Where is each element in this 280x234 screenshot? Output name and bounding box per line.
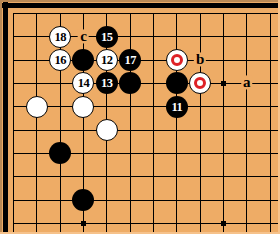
outer-edge-top — [0, 0, 280, 2]
grid-line-vertical — [130, 13, 131, 234]
board-edge-top — [2, 3, 280, 8]
grid-line-vertical — [223, 13, 224, 234]
stone-number: 15 — [101, 31, 113, 44]
star-point — [221, 221, 226, 226]
grid-line-horizontal — [13, 200, 280, 201]
stone-black — [72, 189, 94, 211]
stone-number: 18 — [54, 31, 66, 44]
grid-line-vertical — [13, 13, 14, 234]
point-label-c: c — [78, 29, 89, 43]
go-board-diagram: 1815161217141311cba — [0, 0, 280, 234]
stone-white — [96, 119, 118, 141]
grid-line-vertical — [36, 13, 37, 234]
stone-black — [166, 72, 188, 94]
grid-line-vertical — [200, 13, 201, 234]
grid-line-horizontal — [13, 130, 280, 131]
point-label-b: b — [194, 53, 206, 67]
stone-white: 12 — [96, 49, 118, 71]
point-label-a: a — [241, 76, 253, 90]
circle-mark-icon — [194, 77, 206, 89]
star-point — [221, 81, 226, 86]
grid-line-vertical — [270, 13, 271, 234]
outer-edge-left — [0, 0, 2, 234]
stone-black — [72, 49, 94, 71]
cut-edge-bottom — [0, 232, 280, 234]
circle-mark-icon — [171, 54, 183, 66]
stone-number: 13 — [101, 77, 113, 90]
stone-number: 14 — [78, 77, 90, 90]
stone-black: 17 — [119, 49, 141, 71]
stone-black: 13 — [96, 72, 118, 94]
stone-number: 12 — [101, 54, 113, 67]
stone-white — [189, 72, 211, 94]
stone-black: 11 — [166, 96, 188, 118]
stone-number: 11 — [171, 101, 182, 114]
stone-white — [26, 96, 48, 118]
stone-white: 16 — [49, 49, 71, 71]
grid-line-horizontal — [13, 176, 280, 177]
board-edge-left — [3, 2, 8, 234]
stone-white — [166, 49, 188, 71]
grid-line-vertical — [246, 13, 247, 234]
stone-number: 17 — [124, 54, 136, 67]
grid-line-vertical — [153, 13, 154, 234]
grid-line-horizontal — [13, 106, 280, 107]
stone-black — [119, 72, 141, 94]
stone-black — [49, 142, 71, 164]
grid-line-horizontal — [13, 83, 280, 84]
stone-white: 14 — [72, 72, 94, 94]
stone-white — [72, 96, 94, 118]
grid-line-horizontal — [13, 13, 280, 14]
cut-edge-right — [278, 0, 280, 234]
stone-number: 16 — [54, 54, 66, 67]
stone-white: 18 — [49, 26, 71, 48]
star-point — [81, 221, 86, 226]
stone-black: 15 — [96, 26, 118, 48]
grid-line-horizontal — [13, 223, 280, 224]
grid-line-vertical — [176, 13, 177, 234]
